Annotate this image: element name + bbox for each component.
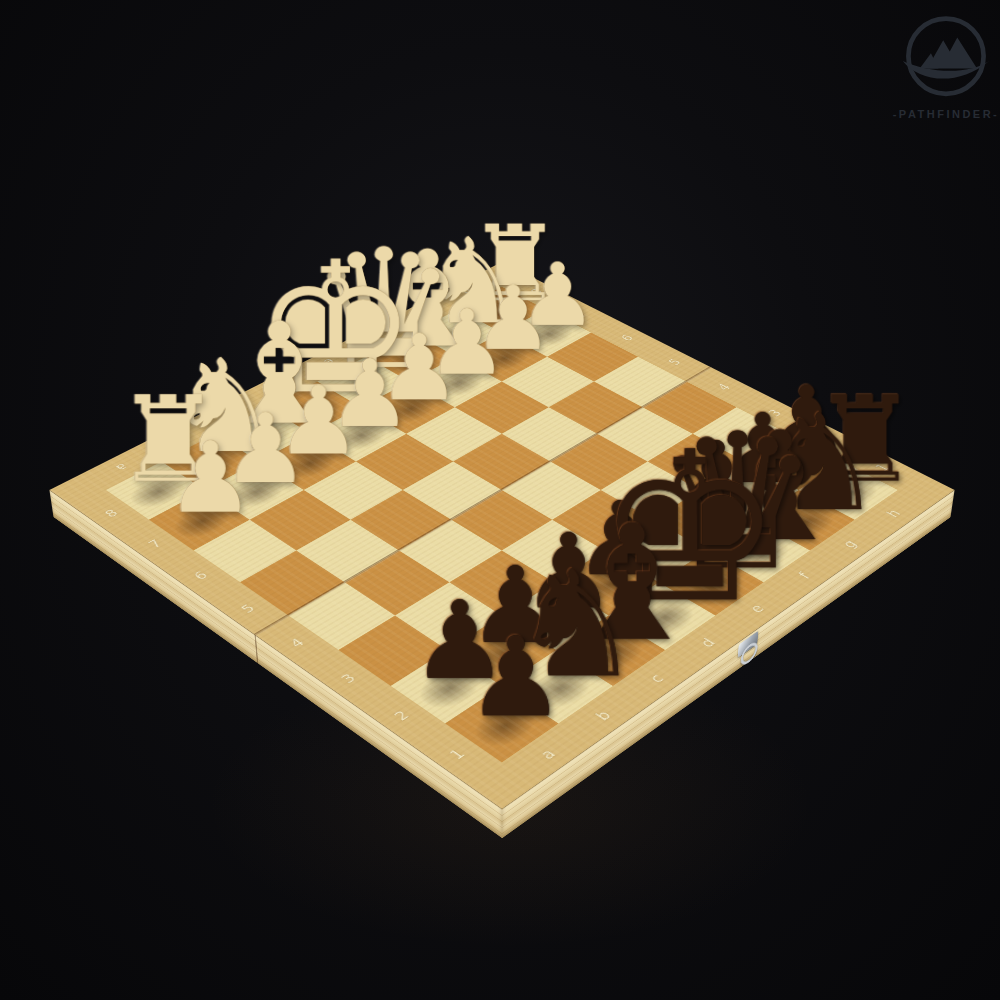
white-pawn-glyph: ♟ — [98, 429, 323, 527]
chessboard: 88aa77bb66cc55dd44ee33ff22gg11hh♜♞♝♛♚♝♞♜… — [49, 262, 954, 809]
mountain-swoosh-icon — [899, 12, 993, 106]
brand-name: -PATHFINDER- — [890, 106, 1000, 123]
product-photo-scene: 88aa77bb66cc55dd44ee33ff22gg11hh♜♞♝♛♚♝♞♜… — [0, 0, 1000, 1000]
black-pawn-glyph: ♟ — [389, 622, 642, 733]
board-stage: 88aa77bb66cc55dd44ee33ff22gg11hh♜♞♝♛♚♝♞♜… — [182, 170, 822, 810]
brand-badge: -PATHFINDER- — [890, 12, 1000, 123]
